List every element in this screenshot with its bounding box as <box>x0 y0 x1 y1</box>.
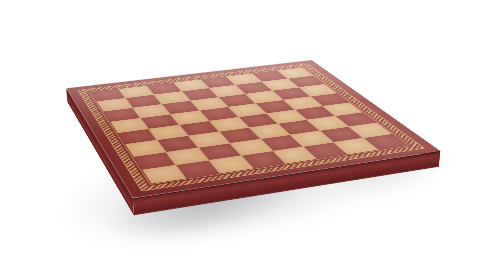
square-a3[interactable] <box>126 140 166 156</box>
square-e2[interactable] <box>261 135 303 151</box>
square-a4[interactable] <box>118 129 156 144</box>
square-b2[interactable] <box>167 148 208 165</box>
square-c3[interactable] <box>189 132 229 147</box>
square-d4[interactable] <box>209 117 248 131</box>
square-d2[interactable] <box>230 139 272 155</box>
square-f1[interactable] <box>304 143 347 159</box>
square-a5[interactable] <box>110 118 147 132</box>
square-d1[interactable] <box>242 151 285 168</box>
square-g1[interactable] <box>334 138 377 154</box>
square-e3[interactable] <box>250 124 290 139</box>
square-b4[interactable] <box>149 125 188 140</box>
square-c1[interactable] <box>209 156 252 173</box>
square-a2[interactable] <box>134 153 175 170</box>
square-f3[interactable] <box>279 120 319 135</box>
square-c4[interactable] <box>179 121 218 136</box>
square-g2[interactable] <box>321 127 363 142</box>
square-d3[interactable] <box>219 128 259 143</box>
square-h1[interactable] <box>364 134 407 150</box>
square-b3[interactable] <box>158 136 198 152</box>
square-h2[interactable] <box>350 123 392 138</box>
square-g3[interactable] <box>308 116 348 130</box>
square-b1[interactable] <box>176 161 219 179</box>
square-f2[interactable] <box>291 131 333 146</box>
square-a1[interactable] <box>143 165 186 183</box>
square-e1[interactable] <box>273 147 316 164</box>
square-c2[interactable] <box>199 144 240 160</box>
product-photo-scene <box>0 0 484 260</box>
